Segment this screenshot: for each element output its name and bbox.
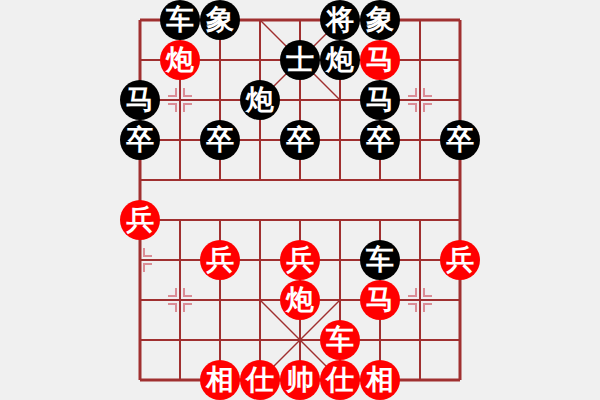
piece-black-general[interactable]: 将 bbox=[320, 0, 360, 40]
piece-black-cannon[interactable]: 炮 bbox=[320, 40, 360, 80]
piece-black-soldier[interactable]: 卒 bbox=[360, 120, 400, 160]
piece-black-horse[interactable]: 马 bbox=[120, 80, 160, 120]
piece-black-elephant[interactable]: 象 bbox=[200, 0, 240, 40]
piece-red-elephant[interactable]: 相 bbox=[200, 360, 240, 400]
pieces-layer: 车象将象炮士炮马马炮马卒卒卒卒卒兵兵兵车兵炮马车相仕帅仕相 bbox=[0, 0, 600, 400]
piece-red-cannon[interactable]: 炮 bbox=[280, 280, 320, 320]
piece-red-advisor[interactable]: 仕 bbox=[320, 360, 360, 400]
piece-black-soldier[interactable]: 卒 bbox=[200, 120, 240, 160]
piece-red-cannon[interactable]: 炮 bbox=[160, 40, 200, 80]
piece-black-cannon[interactable]: 炮 bbox=[240, 80, 280, 120]
piece-red-general[interactable]: 帅 bbox=[280, 360, 320, 400]
piece-red-horse[interactable]: 马 bbox=[360, 40, 400, 80]
piece-red-horse[interactable]: 马 bbox=[360, 280, 400, 320]
piece-black-chariot[interactable]: 车 bbox=[360, 240, 400, 280]
piece-black-advisor[interactable]: 士 bbox=[280, 40, 320, 80]
piece-black-horse[interactable]: 马 bbox=[360, 80, 400, 120]
xiangqi-board[interactable]: 车象将象炮士炮马马炮马卒卒卒卒卒兵兵兵车兵炮马车相仕帅仕相 bbox=[0, 0, 600, 400]
piece-black-elephant[interactable]: 象 bbox=[360, 0, 400, 40]
piece-red-chariot[interactable]: 车 bbox=[320, 320, 360, 360]
piece-black-chariot[interactable]: 车 bbox=[160, 0, 200, 40]
piece-black-soldier[interactable]: 卒 bbox=[280, 120, 320, 160]
piece-red-soldier[interactable]: 兵 bbox=[200, 240, 240, 280]
piece-red-soldier[interactable]: 兵 bbox=[120, 200, 160, 240]
piece-black-soldier[interactable]: 卒 bbox=[440, 120, 480, 160]
piece-red-soldier[interactable]: 兵 bbox=[440, 240, 480, 280]
piece-red-soldier[interactable]: 兵 bbox=[280, 240, 320, 280]
piece-black-soldier[interactable]: 卒 bbox=[120, 120, 160, 160]
piece-red-elephant[interactable]: 相 bbox=[360, 360, 400, 400]
piece-red-advisor[interactable]: 仕 bbox=[240, 360, 280, 400]
